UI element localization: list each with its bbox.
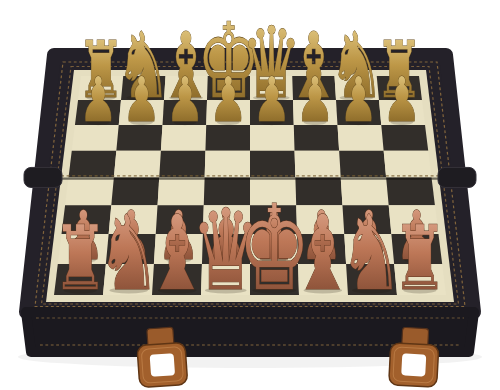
square-f5	[295, 151, 341, 178]
square-g5	[339, 151, 386, 178]
piece-brass-pawn: ♟	[79, 64, 117, 135]
piece-brass-pawn: ♟	[383, 64, 421, 135]
square-c5	[159, 151, 205, 178]
piece-brass-pawn: ♟	[253, 64, 291, 135]
piece-brass-pawn: ♟	[166, 64, 204, 135]
chess-set-photo: ♜♞♝♚♛♝♞♜♟♟♟♟♟♟♟♟♟♟♟♟♟♟♟♟♜♞♝♛♚♝♞♜	[0, 0, 500, 390]
piece-brass-pawn: ♟	[123, 64, 161, 135]
square-h5	[384, 151, 432, 178]
piece-brass-pawn: ♟	[209, 64, 247, 135]
piece-brass-pawn: ♟	[339, 64, 377, 135]
piece-brass-pawn: ♟	[296, 64, 334, 135]
board-canvas: ♜♞♝♚♛♝♞♜♟♟♟♟♟♟♟♟♟♟♟♟♟♟♟♟♜♞♝♛♚♝♞♜	[0, 0, 500, 390]
square-d5	[205, 151, 250, 178]
square-b5	[114, 151, 161, 178]
hinge-notch-right	[438, 167, 476, 187]
piece-copper-rook: ♜	[392, 207, 447, 311]
square-a5	[68, 151, 116, 178]
square-e5	[250, 151, 295, 178]
latch-hole	[401, 353, 426, 376]
latch-hole	[150, 353, 175, 377]
hinge-notch-left	[24, 167, 62, 187]
